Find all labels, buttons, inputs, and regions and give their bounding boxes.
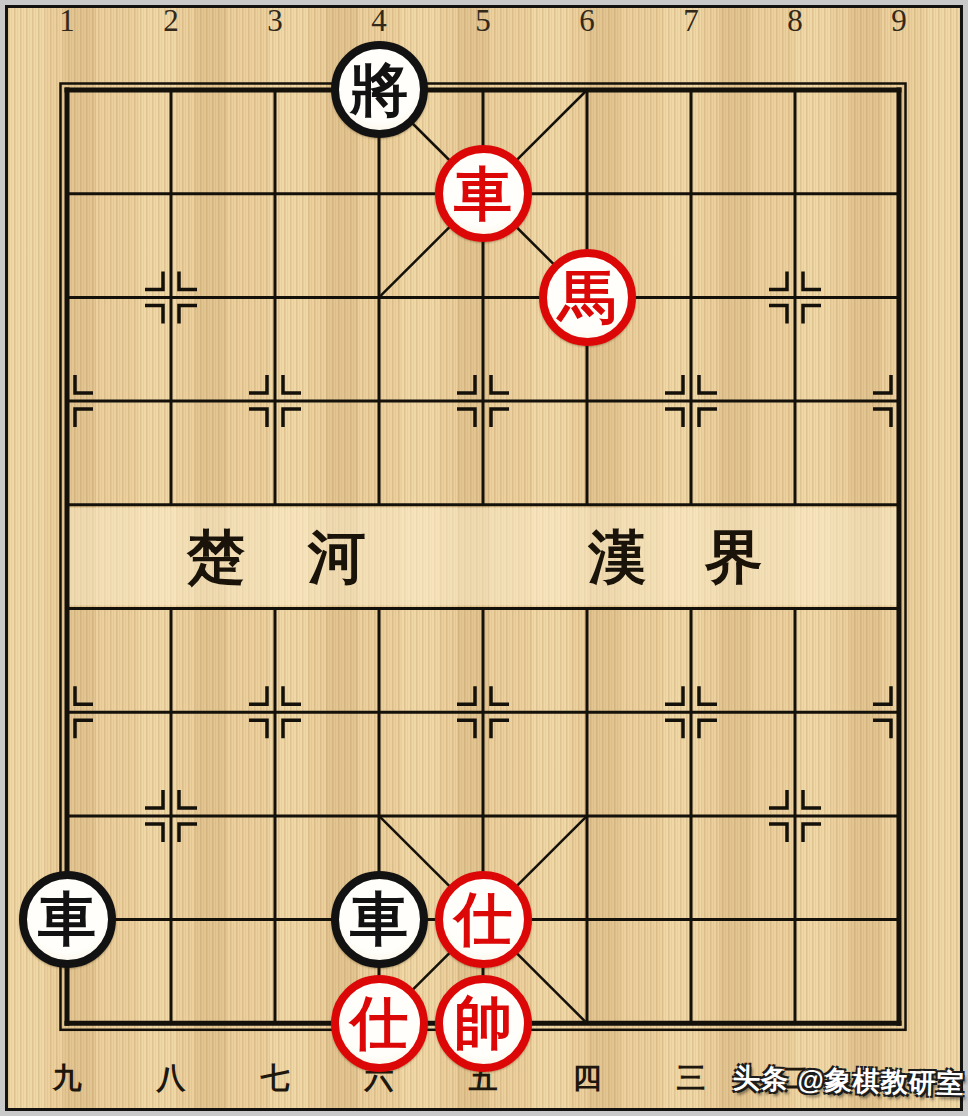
top-file-label-7: 7 [669,3,713,39]
top-file-label-6: 6 [565,3,609,39]
top-file-label-3: 3 [253,3,297,39]
piece-black-general[interactable]: 將 [331,41,428,138]
top-file-label-4: 4 [357,3,401,39]
piece-red-chariot[interactable]: 車 [435,145,532,242]
top-file-label-1: 1 [45,3,89,39]
piece-red-general[interactable]: 帥 [435,975,532,1072]
piece-red-horse[interactable]: 馬 [539,249,636,346]
piece-black-chariot-b[interactable]: 車 [331,871,428,968]
top-file-label-5: 5 [461,3,505,39]
watermark: 头条 @象棋教研室 [733,1060,966,1102]
piece-red-advisor-b[interactable]: 仕 [331,975,428,1072]
piece-grid: 將車馬車車仕仕帥 [15,38,951,1075]
piece-black-chariot-a[interactable]: 車 [19,871,116,968]
top-file-label-9: 9 [877,3,921,39]
screenshot: 123456789 九八七六五四三二一 楚 河 漢 界 將車馬車車仕仕帥 头条 … [0,0,968,1116]
top-file-label-2: 2 [149,3,193,39]
top-file-label-8: 8 [773,3,817,39]
piece-red-advisor-a[interactable]: 仕 [435,871,532,968]
